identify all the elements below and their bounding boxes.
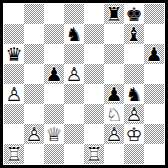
piece-white-pawn: ♟♙ — [124, 104, 144, 124]
square-h1[interactable] — [144, 144, 164, 164]
piece-white-pawn: ♟♙ — [24, 124, 44, 144]
square-h6[interactable]: ♟♟ — [144, 44, 164, 64]
piece-white-rook: ♜♖ — [4, 144, 24, 164]
square-d3[interactable] — [64, 104, 84, 124]
square-e5[interactable] — [84, 64, 104, 84]
square-e7[interactable] — [84, 24, 104, 44]
white-rook-glyph: ♖ — [85, 145, 102, 164]
black-king-glyph: ♚ — [125, 5, 142, 24]
white-king-fill: ♚ — [125, 125, 142, 144]
square-g4[interactable]: ♞♞ — [124, 84, 144, 104]
square-d1[interactable] — [64, 144, 84, 164]
square-a5[interactable] — [4, 64, 24, 84]
piece-black-rook: ♜♜ — [104, 4, 124, 24]
square-b6[interactable] — [24, 44, 44, 64]
square-d6[interactable] — [64, 44, 84, 64]
white-pawn-fill: ♟ — [5, 85, 22, 104]
chess-board: ♜♜♚♚♞♞♝♝♛♛♟♟♟♟♟♙♟♙♟♟♞♞♞♘♟♙♟♙♛♕♟♙♚♔♜♖♜♖ — [4, 4, 164, 164]
black-pawn-fill: ♟ — [105, 85, 122, 104]
square-f3[interactable]: ♞♘ — [104, 104, 124, 124]
black-pawn-glyph: ♟ — [45, 65, 62, 84]
square-b2[interactable]: ♟♙ — [24, 124, 44, 144]
square-e1[interactable]: ♜♖ — [84, 144, 104, 164]
white-queen-glyph: ♕ — [45, 125, 62, 144]
square-f1[interactable] — [104, 144, 124, 164]
square-a2[interactable] — [4, 124, 24, 144]
black-rook-fill: ♜ — [105, 5, 122, 24]
black-queen-fill: ♛ — [5, 45, 22, 64]
piece-black-knight: ♞♞ — [124, 84, 144, 104]
piece-black-pawn: ♟♟ — [44, 64, 64, 84]
square-d4[interactable] — [64, 84, 84, 104]
white-pawn-fill: ♟ — [25, 125, 42, 144]
white-rook-fill: ♜ — [5, 145, 22, 164]
square-b1[interactable] — [24, 144, 44, 164]
square-b7[interactable] — [24, 24, 44, 44]
square-g2[interactable]: ♚♔ — [124, 124, 144, 144]
square-d8[interactable] — [64, 4, 84, 24]
square-g6[interactable] — [124, 44, 144, 64]
piece-white-king: ♚♔ — [124, 124, 144, 144]
black-knight-fill: ♞ — [65, 25, 82, 44]
white-rook-glyph: ♖ — [5, 145, 22, 164]
black-pawn-glyph: ♟ — [105, 85, 122, 104]
white-pawn-glyph: ♙ — [25, 125, 42, 144]
piece-black-queen: ♛♛ — [4, 44, 24, 64]
square-c6[interactable] — [44, 44, 64, 64]
piece-white-pawn: ♟♙ — [4, 84, 24, 104]
square-g5[interactable] — [124, 64, 144, 84]
square-a8[interactable] — [4, 4, 24, 24]
square-b5[interactable] — [24, 64, 44, 84]
square-b8[interactable] — [24, 4, 44, 24]
black-knight-fill: ♞ — [125, 85, 142, 104]
piece-black-king: ♚♚ — [124, 4, 144, 24]
square-h7[interactable] — [144, 24, 164, 44]
square-f4[interactable]: ♟♟ — [104, 84, 124, 104]
square-d7[interactable]: ♞♞ — [64, 24, 84, 44]
square-h2[interactable] — [144, 124, 164, 144]
white-knight-glyph: ♘ — [105, 105, 122, 124]
white-pawn-fill: ♟ — [105, 125, 122, 144]
black-rook-glyph: ♜ — [105, 5, 122, 24]
white-knight-fill: ♞ — [105, 105, 122, 124]
piece-white-queen: ♛♕ — [44, 124, 64, 144]
square-f8[interactable]: ♜♜ — [104, 4, 124, 24]
square-f2[interactable]: ♟♙ — [104, 124, 124, 144]
piece-black-knight: ♞♞ — [64, 24, 84, 44]
white-queen-fill: ♛ — [45, 125, 62, 144]
square-g3[interactable]: ♟♙ — [124, 104, 144, 124]
square-a7[interactable] — [4, 24, 24, 44]
square-d2[interactable] — [64, 124, 84, 144]
square-f5[interactable] — [104, 64, 124, 84]
square-c5[interactable]: ♟♟ — [44, 64, 64, 84]
piece-black-pawn: ♟♟ — [104, 84, 124, 104]
square-b3[interactable] — [24, 104, 44, 124]
square-a3[interactable] — [4, 104, 24, 124]
square-h8[interactable] — [144, 4, 164, 24]
black-pawn-fill: ♟ — [45, 65, 62, 84]
black-knight-glyph: ♞ — [65, 25, 82, 44]
chess-diagram-frame: ♜♜♚♚♞♞♝♝♛♛♟♟♟♟♟♙♟♙♟♟♞♞♞♘♟♙♟♙♛♕♟♙♚♔♜♖♜♖ — [0, 0, 168, 168]
square-c2[interactable]: ♛♕ — [44, 124, 64, 144]
piece-white-pawn: ♟♙ — [104, 124, 124, 144]
black-queen-glyph: ♛ — [5, 45, 22, 64]
square-e4[interactable] — [84, 84, 104, 104]
white-rook-fill: ♜ — [85, 145, 102, 164]
piece-white-rook: ♜♖ — [84, 144, 104, 164]
square-h5[interactable] — [144, 64, 164, 84]
square-c4[interactable] — [44, 84, 64, 104]
square-e6[interactable] — [84, 44, 104, 64]
white-pawn-glyph: ♙ — [5, 85, 22, 104]
square-h4[interactable] — [144, 84, 164, 104]
square-g1[interactable] — [124, 144, 144, 164]
black-pawn-glyph: ♟ — [145, 45, 162, 64]
board-inner-line: ♜♜♚♚♞♞♝♝♛♛♟♟♟♟♟♙♟♙♟♟♞♞♞♘♟♙♟♙♛♕♟♙♚♔♜♖♜♖ — [3, 3, 165, 165]
square-c8[interactable] — [44, 4, 64, 24]
black-bishop-glyph: ♝ — [125, 25, 142, 44]
square-c7[interactable] — [44, 24, 64, 44]
piece-white-knight: ♞♘ — [104, 104, 124, 124]
black-pawn-fill: ♟ — [145, 45, 162, 64]
white-pawn-glyph: ♙ — [65, 65, 82, 84]
square-a4[interactable]: ♟♙ — [4, 84, 24, 104]
square-e3[interactable] — [84, 104, 104, 124]
square-e2[interactable] — [84, 124, 104, 144]
piece-black-bishop: ♝♝ — [124, 24, 144, 44]
square-c1[interactable] — [44, 144, 64, 164]
square-f6[interactable] — [104, 44, 124, 64]
square-e8[interactable] — [84, 4, 104, 24]
white-pawn-fill: ♟ — [65, 65, 82, 84]
piece-white-pawn: ♟♙ — [64, 64, 84, 84]
square-c3[interactable] — [44, 104, 64, 124]
white-pawn-glyph: ♙ — [105, 125, 122, 144]
square-g8[interactable]: ♚♚ — [124, 4, 144, 24]
white-pawn-fill: ♟ — [125, 105, 142, 124]
square-g7[interactable]: ♝♝ — [124, 24, 144, 44]
white-pawn-glyph: ♙ — [125, 105, 142, 124]
piece-black-pawn: ♟♟ — [144, 44, 164, 64]
square-h3[interactable] — [144, 104, 164, 124]
square-a6[interactable]: ♛♛ — [4, 44, 24, 64]
white-king-glyph: ♔ — [125, 125, 142, 144]
square-a1[interactable]: ♜♖ — [4, 144, 24, 164]
black-bishop-fill: ♝ — [125, 25, 142, 44]
black-knight-glyph: ♞ — [125, 85, 142, 104]
square-d5[interactable]: ♟♙ — [64, 64, 84, 84]
square-f7[interactable] — [104, 24, 124, 44]
black-king-fill: ♚ — [125, 5, 142, 24]
square-b4[interactable] — [24, 84, 44, 104]
